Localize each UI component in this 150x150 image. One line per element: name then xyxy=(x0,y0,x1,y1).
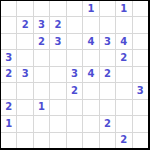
empty-cell-r9c7[interactable] xyxy=(100,133,115,148)
clue-cell-r5c2: 3 xyxy=(17,67,32,82)
clue-cell-r1c6: 1 xyxy=(83,1,98,16)
clue-cell-r5c5: 3 xyxy=(67,67,82,82)
empty-cell-r2c8[interactable] xyxy=(116,17,131,32)
empty-cell-r6c8[interactable] xyxy=(116,83,131,98)
empty-cell-r9c2[interactable] xyxy=(17,133,32,148)
empty-cell-r1c9[interactable] xyxy=(133,1,148,16)
empty-cell-r7c5[interactable] xyxy=(67,100,82,115)
empty-cell-r4c6[interactable] xyxy=(83,50,98,65)
empty-cell-r1c5[interactable] xyxy=(67,1,82,16)
clue-cell-r7c1: 2 xyxy=(1,100,16,115)
empty-cell-r7c6[interactable] xyxy=(83,100,98,115)
clue-cell-r8c1: 1 xyxy=(1,116,16,131)
clue-cell-r3c4: 3 xyxy=(50,34,65,49)
empty-cell-r8c4[interactable] xyxy=(50,116,65,131)
clue-cell-r3c3: 2 xyxy=(34,34,49,49)
empty-cell-r4c5[interactable] xyxy=(67,50,82,65)
empty-cell-r3c9[interactable] xyxy=(133,34,148,49)
clue-cell-r7c3: 1 xyxy=(34,100,49,115)
empty-cell-r9c5[interactable] xyxy=(67,133,82,148)
clue-cell-r6c5: 2 xyxy=(67,83,82,98)
clue-cell-r2c2: 2 xyxy=(17,17,32,32)
empty-cell-r2c5[interactable] xyxy=(67,17,82,32)
empty-cell-r8c8[interactable] xyxy=(116,116,131,131)
empty-cell-r8c5[interactable] xyxy=(67,116,82,131)
empty-cell-r6c7[interactable] xyxy=(100,83,115,98)
empty-cell-r1c3[interactable] xyxy=(34,1,49,16)
empty-cell-r8c3[interactable] xyxy=(34,116,49,131)
empty-cell-r7c7[interactable] xyxy=(100,100,115,115)
empty-cell-r7c8[interactable] xyxy=(116,100,131,115)
empty-cell-r4c2[interactable] xyxy=(17,50,32,65)
empty-cell-r4c4[interactable] xyxy=(50,50,65,65)
clue-cell-r3c6: 4 xyxy=(83,34,98,49)
empty-cell-r2c6[interactable] xyxy=(83,17,98,32)
empty-cell-r7c2[interactable] xyxy=(17,100,32,115)
clue-cell-r1c8: 1 xyxy=(116,1,131,16)
empty-cell-r3c1[interactable] xyxy=(1,34,16,49)
empty-cell-r9c9[interactable] xyxy=(133,133,148,148)
empty-cell-r9c4[interactable] xyxy=(50,133,65,148)
empty-cell-r4c9[interactable] xyxy=(133,50,148,65)
clue-cell-r6c9: 3 xyxy=(133,83,148,98)
empty-cell-r1c4[interactable] xyxy=(50,1,65,16)
empty-cell-r5c9[interactable] xyxy=(133,67,148,82)
empty-cell-r1c1[interactable] xyxy=(1,1,16,16)
clue-cell-r2c3: 3 xyxy=(34,17,49,32)
minesweeper-board: 112322343432233422321122 xyxy=(0,0,150,150)
empty-cell-r6c6[interactable] xyxy=(83,83,98,98)
empty-cell-r2c9[interactable] xyxy=(133,17,148,32)
empty-cell-r4c7[interactable] xyxy=(100,50,115,65)
empty-cell-r7c9[interactable] xyxy=(133,100,148,115)
empty-cell-r5c8[interactable] xyxy=(116,67,131,82)
empty-cell-r7c4[interactable] xyxy=(50,100,65,115)
clue-cell-r3c7: 3 xyxy=(100,34,115,49)
empty-cell-r1c2[interactable] xyxy=(17,1,32,16)
empty-cell-r9c6[interactable] xyxy=(83,133,98,148)
empty-cell-r6c2[interactable] xyxy=(17,83,32,98)
clue-cell-r5c7: 2 xyxy=(100,67,115,82)
clue-cell-r4c1: 3 xyxy=(1,50,16,65)
empty-cell-r8c9[interactable] xyxy=(133,116,148,131)
empty-cell-r3c5[interactable] xyxy=(67,34,82,49)
empty-cell-r9c3[interactable] xyxy=(34,133,49,148)
empty-cell-r5c4[interactable] xyxy=(50,67,65,82)
empty-cell-r6c3[interactable] xyxy=(34,83,49,98)
empty-cell-r2c7[interactable] xyxy=(100,17,115,32)
clue-cell-r5c6: 4 xyxy=(83,67,98,82)
empty-cell-r3c2[interactable] xyxy=(17,34,32,49)
empty-cell-r9c1[interactable] xyxy=(1,133,16,148)
empty-cell-r6c4[interactable] xyxy=(50,83,65,98)
clue-cell-r4c8: 2 xyxy=(116,50,131,65)
clue-cell-r8c7: 2 xyxy=(100,116,115,131)
clue-cell-r3c8: 4 xyxy=(116,34,131,49)
empty-cell-r5c3[interactable] xyxy=(34,67,49,82)
clue-cell-r5c1: 2 xyxy=(1,67,16,82)
empty-cell-r1c7[interactable] xyxy=(100,1,115,16)
empty-cell-r4c3[interactable] xyxy=(34,50,49,65)
clue-cell-r9c8: 2 xyxy=(116,133,131,148)
empty-cell-r8c2[interactable] xyxy=(17,116,32,131)
empty-cell-r8c6[interactable] xyxy=(83,116,98,131)
clue-cell-r2c4: 2 xyxy=(50,17,65,32)
empty-cell-r2c1[interactable] xyxy=(1,17,16,32)
empty-cell-r6c1[interactable] xyxy=(1,83,16,98)
